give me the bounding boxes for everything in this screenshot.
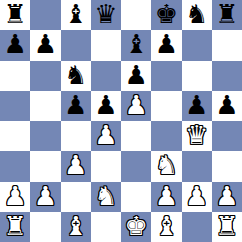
square-d1[interactable] [91, 212, 121, 242]
square-b1[interactable] [30, 212, 60, 242]
piece-white-pawn[interactable]: ♟ [185, 183, 208, 209]
piece-black-rook[interactable]: ♜ [215, 1, 238, 27]
piece-black-pawn[interactable]: ♟ [155, 31, 178, 57]
square-g5[interactable]: ♟ [182, 91, 212, 121]
square-h5[interactable]: ♟ [212, 91, 242, 121]
square-g2[interactable]: ♟ [182, 182, 212, 212]
piece-black-knight[interactable]: ♞ [185, 1, 208, 27]
square-c4[interactable] [61, 121, 91, 151]
square-a4[interactable] [0, 121, 30, 151]
square-a1[interactable]: ♜ [0, 212, 30, 242]
piece-black-king[interactable]: ♚ [155, 1, 178, 27]
square-d2[interactable]: ♞ [91, 182, 121, 212]
square-d7[interactable] [91, 30, 121, 60]
square-c6[interactable]: ♞ [61, 61, 91, 91]
piece-white-rook[interactable]: ♜ [3, 213, 26, 239]
square-g4[interactable]: ♛ [182, 121, 212, 151]
piece-white-pawn[interactable]: ♟ [94, 122, 117, 148]
square-d5[interactable]: ♟ [91, 91, 121, 121]
piece-black-rook[interactable]: ♜ [3, 1, 26, 27]
piece-black-pawn[interactable]: ♟ [64, 92, 87, 118]
square-f7[interactable]: ♟ [151, 30, 181, 60]
piece-white-bishop[interactable]: ♝ [64, 213, 87, 239]
square-a3[interactable] [0, 151, 30, 181]
piece-white-knight[interactable]: ♞ [94, 183, 117, 209]
piece-black-pawn[interactable]: ♟ [124, 62, 147, 88]
square-d6[interactable] [91, 61, 121, 91]
square-d8[interactable]: ♛ [91, 0, 121, 30]
square-d3[interactable] [91, 151, 121, 181]
square-g3[interactable] [182, 151, 212, 181]
square-c2[interactable] [61, 182, 91, 212]
piece-white-pawn[interactable]: ♟ [3, 183, 26, 209]
square-h8[interactable]: ♜ [212, 0, 242, 30]
square-e5[interactable]: ♟ [121, 91, 151, 121]
piece-white-knight[interactable]: ♞ [155, 152, 178, 178]
square-f8[interactable]: ♚ [151, 0, 181, 30]
square-a6[interactable] [0, 61, 30, 91]
square-e3[interactable] [121, 151, 151, 181]
square-f5[interactable] [151, 91, 181, 121]
square-h1[interactable]: ♜ [212, 212, 242, 242]
square-f1[interactable]: ♝ [151, 212, 181, 242]
square-c1[interactable]: ♝ [61, 212, 91, 242]
square-e7[interactable]: ♝ [121, 30, 151, 60]
piece-white-pawn[interactable]: ♟ [34, 183, 57, 209]
piece-white-pawn[interactable]: ♟ [64, 152, 87, 178]
piece-black-pawn[interactable]: ♟ [185, 92, 208, 118]
piece-white-pawn[interactable]: ♟ [124, 92, 147, 118]
piece-white-bishop[interactable]: ♝ [155, 213, 178, 239]
square-f4[interactable] [151, 121, 181, 151]
piece-black-bishop[interactable]: ♝ [124, 31, 147, 57]
square-f3[interactable]: ♞ [151, 151, 181, 181]
square-c5[interactable]: ♟ [61, 91, 91, 121]
square-a8[interactable]: ♜ [0, 0, 30, 30]
square-b8[interactable] [30, 0, 60, 30]
square-b4[interactable] [30, 121, 60, 151]
square-e4[interactable] [121, 121, 151, 151]
square-g6[interactable] [182, 61, 212, 91]
piece-black-pawn[interactable]: ♟ [3, 31, 26, 57]
square-c3[interactable]: ♟ [61, 151, 91, 181]
square-f6[interactable] [151, 61, 181, 91]
square-h7[interactable] [212, 30, 242, 60]
square-h2[interactable]: ♟ [212, 182, 242, 212]
chess-board: ♜♝♛♚♞♜♟♟♝♟♞♟♟♟♟♟♟♟♛♟♞♟♟♞♟♟♟♜♝♚♝♜ [0, 0, 242, 242]
piece-black-pawn[interactable]: ♟ [215, 92, 238, 118]
square-b6[interactable] [30, 61, 60, 91]
piece-black-pawn[interactable]: ♟ [34, 31, 57, 57]
piece-black-knight[interactable]: ♞ [64, 62, 87, 88]
piece-white-queen[interactable]: ♛ [185, 122, 208, 148]
piece-black-bishop[interactable]: ♝ [64, 1, 87, 27]
square-c8[interactable]: ♝ [61, 0, 91, 30]
piece-black-queen[interactable]: ♛ [94, 1, 117, 27]
piece-white-king[interactable]: ♚ [124, 213, 147, 239]
square-b7[interactable]: ♟ [30, 30, 60, 60]
piece-white-rook[interactable]: ♜ [215, 213, 238, 239]
square-b5[interactable] [30, 91, 60, 121]
square-e6[interactable]: ♟ [121, 61, 151, 91]
square-e2[interactable] [121, 182, 151, 212]
square-h6[interactable] [212, 61, 242, 91]
square-g1[interactable] [182, 212, 212, 242]
square-b3[interactable] [30, 151, 60, 181]
piece-white-pawn[interactable]: ♟ [215, 183, 238, 209]
square-d4[interactable]: ♟ [91, 121, 121, 151]
square-a7[interactable]: ♟ [0, 30, 30, 60]
square-f2[interactable]: ♟ [151, 182, 181, 212]
square-g7[interactable] [182, 30, 212, 60]
square-e8[interactable] [121, 0, 151, 30]
square-h4[interactable] [212, 121, 242, 151]
square-g8[interactable]: ♞ [182, 0, 212, 30]
piece-black-pawn[interactable]: ♟ [94, 92, 117, 118]
square-a5[interactable] [0, 91, 30, 121]
square-b2[interactable]: ♟ [30, 182, 60, 212]
piece-white-pawn[interactable]: ♟ [155, 183, 178, 209]
square-e1[interactable]: ♚ [121, 212, 151, 242]
square-a2[interactable]: ♟ [0, 182, 30, 212]
square-c7[interactable] [61, 30, 91, 60]
square-h3[interactable] [212, 151, 242, 181]
